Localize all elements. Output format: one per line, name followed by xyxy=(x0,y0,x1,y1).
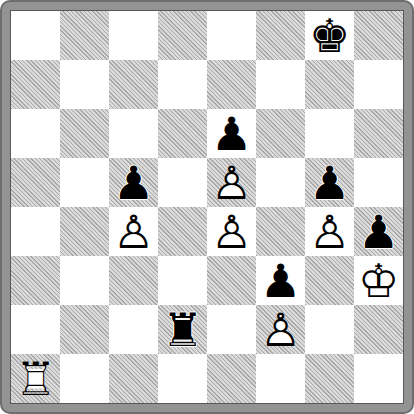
square-f5[interactable] xyxy=(256,158,305,207)
piece-outline: ♙ xyxy=(305,207,354,256)
square-h2[interactable] xyxy=(354,305,403,354)
square-h8[interactable] xyxy=(354,11,403,60)
square-b5[interactable] xyxy=(60,158,109,207)
square-g7[interactable] xyxy=(305,60,354,109)
square-a5[interactable] xyxy=(11,158,60,207)
square-e4[interactable]: ♟♙ xyxy=(207,207,256,256)
piece-outline: ♙ xyxy=(207,158,256,207)
square-a6[interactable] xyxy=(11,109,60,158)
square-g8[interactable]: ♚ xyxy=(305,11,354,60)
square-a3[interactable] xyxy=(11,256,60,305)
square-c6[interactable] xyxy=(109,109,158,158)
square-b8[interactable] xyxy=(60,11,109,60)
square-d4[interactable] xyxy=(158,207,207,256)
square-d3[interactable] xyxy=(158,256,207,305)
black-king[interactable]: ♚ xyxy=(305,11,354,60)
square-g1[interactable] xyxy=(305,354,354,403)
square-g6[interactable] xyxy=(305,109,354,158)
square-c5[interactable]: ♟ xyxy=(109,158,158,207)
square-c4[interactable]: ♟♙ xyxy=(109,207,158,256)
black-pawn[interactable]: ♟ xyxy=(256,256,305,305)
piece-outline: ♙ xyxy=(256,305,305,354)
piece-outline: ♙ xyxy=(207,207,256,256)
square-h6[interactable] xyxy=(354,109,403,158)
square-g5[interactable]: ♟ xyxy=(305,158,354,207)
piece-outline: ♙ xyxy=(109,207,158,256)
square-e6[interactable]: ♟ xyxy=(207,109,256,158)
square-h7[interactable] xyxy=(354,60,403,109)
square-c1[interactable] xyxy=(109,354,158,403)
white-rook[interactable]: ♜♖ xyxy=(11,354,60,403)
square-f4[interactable] xyxy=(256,207,305,256)
white-pawn[interactable]: ♟♙ xyxy=(256,305,305,354)
square-c8[interactable] xyxy=(109,11,158,60)
black-pawn[interactable]: ♟ xyxy=(109,158,158,207)
white-pawn[interactable]: ♟♙ xyxy=(207,207,256,256)
square-c7[interactable] xyxy=(109,60,158,109)
piece-outline: ♔ xyxy=(354,256,403,305)
white-pawn[interactable]: ♟♙ xyxy=(207,158,256,207)
square-f6[interactable] xyxy=(256,109,305,158)
square-a8[interactable] xyxy=(11,11,60,60)
square-a7[interactable] xyxy=(11,60,60,109)
piece-outline: ♖ xyxy=(11,354,60,403)
square-g2[interactable] xyxy=(305,305,354,354)
square-f8[interactable] xyxy=(256,11,305,60)
square-d6[interactable] xyxy=(158,109,207,158)
square-h3[interactable]: ♚♔ xyxy=(354,256,403,305)
square-b1[interactable] xyxy=(60,354,109,403)
square-g4[interactable]: ♟♙ xyxy=(305,207,354,256)
white-pawn[interactable]: ♟♙ xyxy=(109,207,158,256)
square-d1[interactable] xyxy=(158,354,207,403)
square-b4[interactable] xyxy=(60,207,109,256)
square-b3[interactable] xyxy=(60,256,109,305)
square-h5[interactable] xyxy=(354,158,403,207)
square-f7[interactable] xyxy=(256,60,305,109)
square-d7[interactable] xyxy=(158,60,207,109)
black-pawn[interactable]: ♟ xyxy=(305,158,354,207)
white-king[interactable]: ♚♔ xyxy=(354,256,403,305)
board-frame: ♚♟♟♟♙♟♟♙♟♙♟♙♟♟♚♔♜♟♙♜♖ xyxy=(0,0,414,414)
square-a2[interactable] xyxy=(11,305,60,354)
square-e8[interactable] xyxy=(207,11,256,60)
square-e3[interactable] xyxy=(207,256,256,305)
square-e7[interactable] xyxy=(207,60,256,109)
square-b7[interactable] xyxy=(60,60,109,109)
square-c2[interactable] xyxy=(109,305,158,354)
square-d2[interactable]: ♜ xyxy=(158,305,207,354)
square-b6[interactable] xyxy=(60,109,109,158)
square-h4[interactable]: ♟ xyxy=(354,207,403,256)
square-d8[interactable] xyxy=(158,11,207,60)
square-f2[interactable]: ♟♙ xyxy=(256,305,305,354)
square-a4[interactable] xyxy=(11,207,60,256)
square-g3[interactable] xyxy=(305,256,354,305)
black-rook[interactable]: ♜ xyxy=(158,305,207,354)
chess-board: ♚♟♟♟♙♟♟♙♟♙♟♙♟♟♚♔♜♟♙♜♖ xyxy=(10,10,404,404)
square-d5[interactable] xyxy=(158,158,207,207)
square-e1[interactable] xyxy=(207,354,256,403)
square-b2[interactable] xyxy=(60,305,109,354)
square-f1[interactable] xyxy=(256,354,305,403)
black-pawn[interactable]: ♟ xyxy=(354,207,403,256)
square-a1[interactable]: ♜♖ xyxy=(11,354,60,403)
square-h1[interactable] xyxy=(354,354,403,403)
black-pawn[interactable]: ♟ xyxy=(207,109,256,158)
square-c3[interactable] xyxy=(109,256,158,305)
square-f3[interactable]: ♟ xyxy=(256,256,305,305)
square-e2[interactable] xyxy=(207,305,256,354)
white-pawn[interactable]: ♟♙ xyxy=(305,207,354,256)
square-e5[interactable]: ♟♙ xyxy=(207,158,256,207)
